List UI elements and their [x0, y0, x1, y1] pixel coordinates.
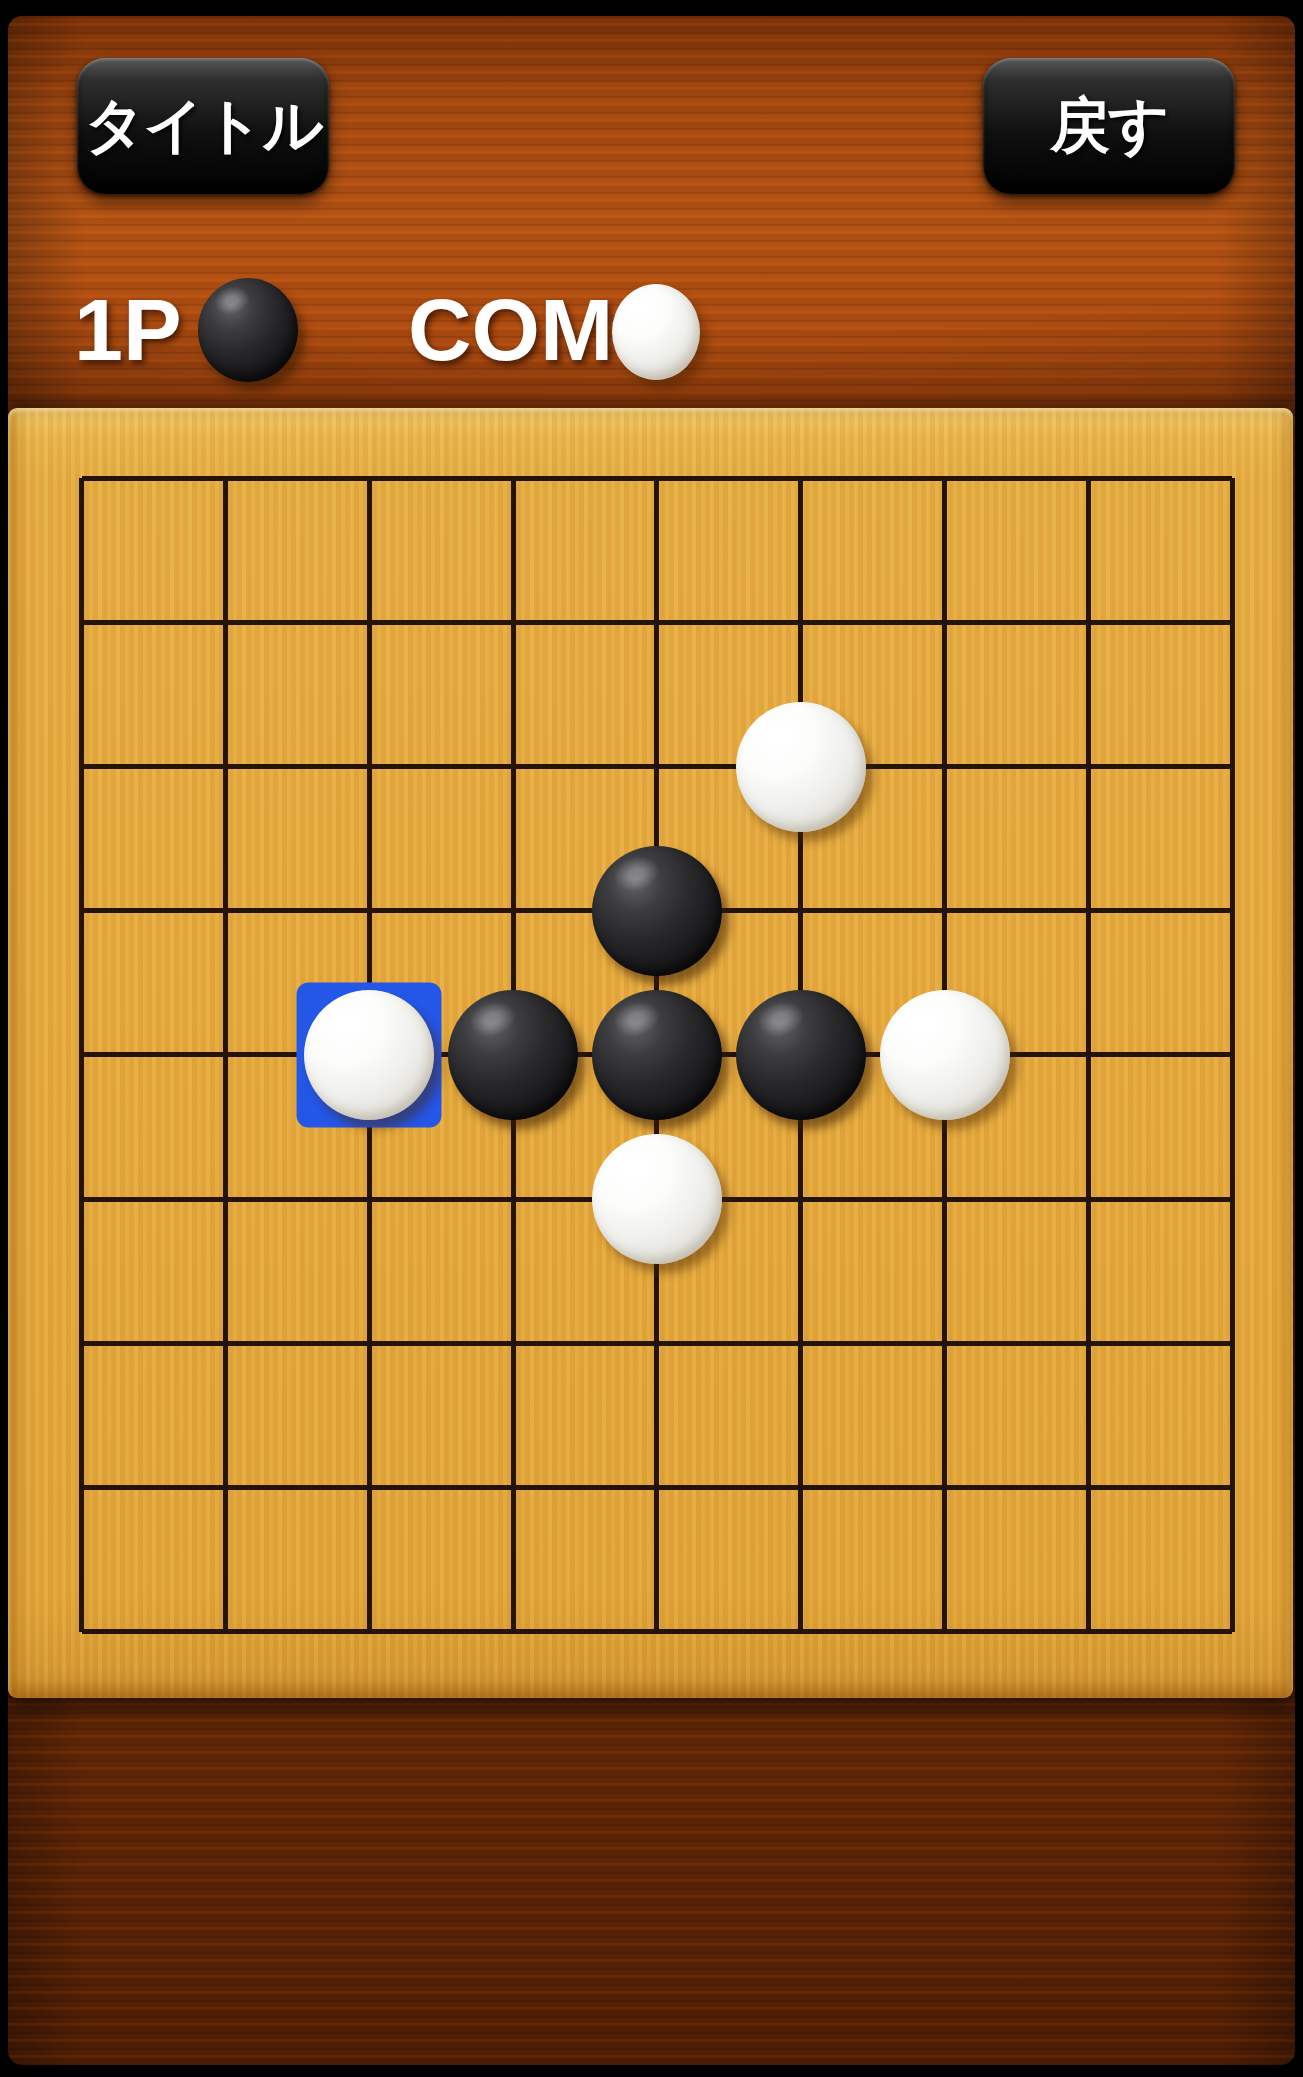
board-intersection[interactable]	[154, 1416, 298, 1560]
board-intersection[interactable]	[1160, 408, 1293, 550]
board-intersection[interactable]	[10, 1416, 154, 1560]
board-intersection[interactable]	[441, 550, 585, 694]
board-intersection[interactable]	[1160, 1560, 1293, 1698]
go-board[interactable]	[8, 408, 1293, 1698]
white-stone-icon	[612, 284, 700, 380]
board-intersection[interactable]	[729, 1271, 873, 1415]
board-intersection[interactable]	[441, 839, 585, 983]
board-intersection[interactable]	[1016, 550, 1160, 694]
board-intersection[interactable]	[585, 1271, 729, 1415]
board-intersection[interactable]	[298, 1271, 442, 1415]
board-intersection[interactable]	[1160, 983, 1293, 1127]
board-intersection[interactable]	[1016, 694, 1160, 838]
board-intersection[interactable]	[1160, 550, 1293, 694]
board-intersection[interactable]	[1016, 1127, 1160, 1271]
board-intersection[interactable]	[1016, 983, 1160, 1127]
black-stone	[736, 990, 866, 1120]
board-intersection[interactable]	[154, 839, 298, 983]
board-intersection[interactable]	[441, 1560, 585, 1698]
board-intersection[interactable]	[10, 1271, 154, 1415]
board-intersection[interactable]	[1160, 694, 1293, 838]
board-intersection[interactable]	[441, 408, 585, 550]
undo-button[interactable]: 戻す	[983, 58, 1235, 194]
board-intersection[interactable]	[298, 694, 442, 838]
board-intersection[interactable]	[585, 839, 729, 983]
board-intersection[interactable]	[441, 983, 585, 1127]
board-intersection[interactable]	[585, 694, 729, 838]
board-intersection[interactable]	[729, 550, 873, 694]
board-intersection[interactable]	[298, 839, 442, 983]
board-intersection[interactable]	[873, 408, 1017, 550]
black-stone	[448, 990, 578, 1120]
board-intersection[interactable]	[441, 694, 585, 838]
board-intersection[interactable]	[873, 1271, 1017, 1415]
board-intersection[interactable]	[10, 694, 154, 838]
board-intersection[interactable]	[585, 408, 729, 550]
board-intersection[interactable]	[729, 983, 873, 1127]
board-intersection[interactable]	[154, 1271, 298, 1415]
board-intersection[interactable]	[585, 1416, 729, 1560]
board-intersection[interactable]	[585, 1560, 729, 1698]
board-intersection[interactable]	[873, 1560, 1017, 1698]
board-intersection[interactable]	[585, 983, 729, 1127]
board-intersection[interactable]	[873, 1127, 1017, 1271]
board-intersection[interactable]	[1160, 1127, 1293, 1271]
board-intersection[interactable]	[729, 1127, 873, 1271]
board-intersection[interactable]	[873, 694, 1017, 838]
board-intersection[interactable]	[1160, 1271, 1293, 1415]
board-intersection[interactable]	[10, 983, 154, 1127]
board-intersection[interactable]	[10, 408, 154, 550]
com-stone-icon	[612, 284, 700, 380]
board-intersection[interactable]	[154, 1560, 298, 1698]
com-label: COM	[408, 286, 613, 374]
board-intersection[interactable]	[10, 550, 154, 694]
player1-stone-icon	[198, 278, 298, 382]
white-stone	[592, 1134, 722, 1264]
board-intersection[interactable]	[729, 1560, 873, 1698]
board-intersection[interactable]	[1016, 408, 1160, 550]
title-button[interactable]: タイトル	[77, 58, 329, 194]
board-intersection[interactable]	[1016, 1560, 1160, 1698]
board-intersection[interactable]	[298, 983, 442, 1127]
board-intersection[interactable]	[873, 983, 1017, 1127]
board-intersection[interactable]	[1160, 839, 1293, 983]
board-intersection[interactable]	[10, 1560, 154, 1698]
board-intersection[interactable]	[298, 1416, 442, 1560]
board-intersection[interactable]	[585, 550, 729, 694]
board-intersection[interactable]	[154, 550, 298, 694]
white-stone	[304, 990, 434, 1120]
board-intersection[interactable]	[441, 1127, 585, 1271]
board-intersection[interactable]	[10, 839, 154, 983]
board-intersection[interactable]	[729, 408, 873, 550]
board-grid	[10, 408, 1293, 1698]
board-intersection[interactable]	[729, 694, 873, 838]
board-intersection[interactable]	[873, 550, 1017, 694]
board-intersection[interactable]	[441, 1416, 585, 1560]
black-stone	[592, 990, 722, 1120]
board-intersection[interactable]	[1016, 1416, 1160, 1560]
board-intersection[interactable]	[154, 1127, 298, 1271]
white-stone	[736, 702, 866, 832]
board-intersection[interactable]	[873, 1416, 1017, 1560]
board-intersection[interactable]	[1016, 1271, 1160, 1415]
board-intersection[interactable]	[298, 408, 442, 550]
app-screen: タイトル 戻す 1P COM	[8, 16, 1295, 2065]
board-intersection[interactable]	[154, 694, 298, 838]
board-intersection[interactable]	[298, 550, 442, 694]
board-intersection[interactable]	[298, 1127, 442, 1271]
board-intersection[interactable]	[729, 839, 873, 983]
board-intersection[interactable]	[873, 839, 1017, 983]
player1-label: 1P	[74, 286, 182, 374]
white-stone	[880, 990, 1010, 1120]
board-intersection[interactable]	[585, 1127, 729, 1271]
black-stone-icon	[198, 278, 298, 382]
board-intersection[interactable]	[441, 1271, 585, 1415]
board-intersection[interactable]	[1160, 1416, 1293, 1560]
device-frame: タイトル 戻す 1P COM	[0, 0, 1303, 2077]
board-intersection[interactable]	[10, 1127, 154, 1271]
board-intersection[interactable]	[154, 408, 298, 550]
black-stone	[592, 846, 722, 976]
board-intersection[interactable]	[298, 1560, 442, 1698]
board-intersection[interactable]	[729, 1416, 873, 1560]
board-intersection[interactable]	[154, 983, 298, 1127]
board-intersection[interactable]	[1016, 839, 1160, 983]
